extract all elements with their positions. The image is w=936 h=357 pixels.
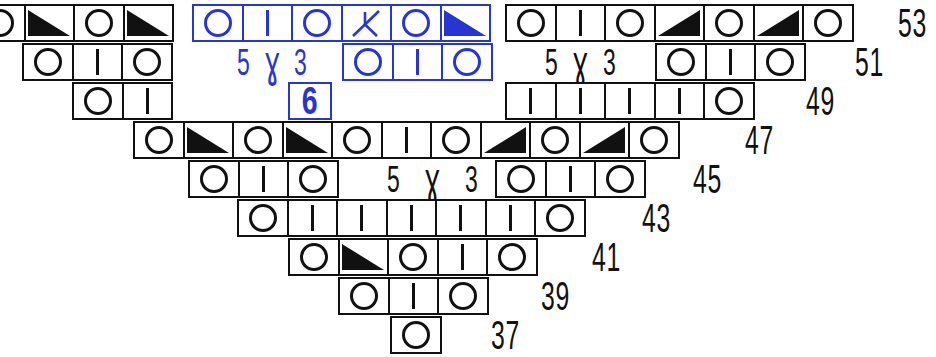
yarn-over-icon xyxy=(204,9,232,37)
knitting-chart-board: 535ɣ35ɣ351649475ɣ34543413937 xyxy=(0,0,936,357)
cell-k xyxy=(388,279,438,313)
cell-decl xyxy=(24,6,74,40)
yarn-over-icon xyxy=(244,126,272,154)
row-51-cells xyxy=(342,43,493,81)
cell-yo xyxy=(74,84,122,118)
cell-decl xyxy=(282,123,332,157)
cell-k xyxy=(392,45,442,79)
cell-yo xyxy=(135,123,183,157)
cell-yo xyxy=(239,201,287,235)
yarn-over-icon xyxy=(766,48,794,76)
cell-yo xyxy=(121,45,171,79)
gather-loop-glyph: ɣ xyxy=(264,39,281,84)
decrease-left-icon xyxy=(444,10,486,36)
cell-yo xyxy=(628,123,678,157)
cell-cdd xyxy=(341,6,391,40)
gather-number: 3 xyxy=(465,161,478,198)
knit-icon xyxy=(96,49,99,75)
cell-decr xyxy=(480,123,530,157)
cell-k xyxy=(386,201,436,235)
cell-yo xyxy=(497,162,545,196)
cell-yo xyxy=(529,123,579,157)
double-decrease-icon xyxy=(351,9,381,38)
yarn-over-icon xyxy=(442,126,470,154)
row-39-cells xyxy=(338,277,489,315)
yarn-over-icon xyxy=(814,9,842,37)
cell-yo xyxy=(344,45,392,79)
cell-yo xyxy=(604,6,654,40)
knit-icon xyxy=(311,205,314,231)
row-43-cells xyxy=(237,199,586,237)
repeat-count: 6 xyxy=(302,82,318,120)
yarn-over-icon xyxy=(303,9,331,37)
yarn-over-icon xyxy=(0,9,14,37)
cell-yo xyxy=(754,45,804,79)
yarn-over-icon xyxy=(354,48,382,76)
cell-yo xyxy=(73,6,123,40)
cell-yo xyxy=(331,123,381,157)
cell-yo xyxy=(703,84,753,118)
yarn-over-icon xyxy=(343,126,371,154)
cell-yo xyxy=(657,45,705,79)
decrease-right-icon xyxy=(583,127,625,153)
row-number: 49 xyxy=(806,82,835,121)
cell-yo xyxy=(390,6,440,40)
yarn-over-icon xyxy=(715,87,743,115)
yarn-over-icon xyxy=(34,48,62,76)
cell-k xyxy=(485,201,535,235)
knit-icon xyxy=(579,10,582,36)
yarn-over-icon xyxy=(541,126,569,154)
yarn-over-icon xyxy=(606,165,634,193)
cell-k xyxy=(545,162,595,196)
knit-icon xyxy=(678,88,681,114)
yarn-over-icon xyxy=(145,126,173,154)
gather-text: 5ɣ3 xyxy=(383,160,482,199)
row-number: 47 xyxy=(745,121,774,160)
knit-icon xyxy=(405,127,408,153)
cell-decl xyxy=(440,6,490,40)
decrease-left-icon xyxy=(28,10,70,36)
row-number: 53 xyxy=(898,4,927,43)
gather-number: 3 xyxy=(603,44,616,81)
cell-yo xyxy=(441,45,491,79)
decrease-right-icon xyxy=(484,127,526,153)
cell-k xyxy=(336,201,386,235)
cell-k xyxy=(238,162,288,196)
decrease-right-icon xyxy=(658,10,700,36)
decrease-left-icon xyxy=(342,244,384,270)
knit-icon xyxy=(266,10,269,36)
yarn-over-icon xyxy=(200,165,228,193)
row-49-cells xyxy=(505,82,755,120)
decrease-right-icon xyxy=(757,10,799,36)
cell-yo xyxy=(802,6,852,40)
cell-k xyxy=(72,45,122,79)
cell-k xyxy=(122,84,172,118)
cell-yo xyxy=(194,6,242,40)
cell-yo xyxy=(437,279,487,313)
cell-decr xyxy=(654,6,704,40)
yarn-over-icon xyxy=(449,282,477,310)
cell-yo xyxy=(594,162,644,196)
decrease-left-icon xyxy=(187,127,229,153)
knit-icon xyxy=(416,49,419,75)
cell-decl xyxy=(123,6,173,40)
row-47-cells xyxy=(133,121,680,159)
knit-icon xyxy=(459,205,462,231)
row-number: 51 xyxy=(855,43,884,82)
row-number: 39 xyxy=(541,277,570,316)
cell-yo xyxy=(534,201,584,235)
yarn-over-icon xyxy=(640,126,668,154)
cell-k xyxy=(555,84,605,118)
gather-loop-glyph: ɣ xyxy=(572,39,589,84)
cell-yo xyxy=(387,240,437,274)
cell-yo xyxy=(190,162,238,196)
knit-icon xyxy=(529,88,532,114)
gather-text: 5ɣ3 xyxy=(233,43,311,82)
knit-icon xyxy=(410,205,413,231)
knit-icon xyxy=(569,166,572,192)
row-45-cells xyxy=(188,160,339,198)
cell-yo xyxy=(486,240,536,274)
yarn-over-icon xyxy=(667,48,695,76)
yarn-over-icon xyxy=(402,9,430,37)
yarn-over-icon xyxy=(402,321,430,349)
cell-yo xyxy=(0,6,24,40)
row-51-cells xyxy=(655,43,806,81)
row-number: 45 xyxy=(693,160,722,199)
row-number: 43 xyxy=(642,199,671,238)
cell-k xyxy=(287,201,337,235)
decrease-left-icon xyxy=(286,127,328,153)
cell-yo xyxy=(232,123,282,157)
yarn-over-icon xyxy=(84,87,112,115)
row-53-cells xyxy=(505,4,854,42)
yarn-over-icon xyxy=(299,165,327,193)
cell-yo xyxy=(24,45,72,79)
cell-six: 6 xyxy=(290,84,330,118)
cell-k xyxy=(435,201,485,235)
gather-number: 3 xyxy=(294,44,307,81)
cell-k xyxy=(654,84,704,118)
gather-number: 5 xyxy=(237,44,250,81)
cell-k xyxy=(437,240,487,274)
knit-icon xyxy=(262,166,265,192)
cell-k xyxy=(705,45,755,79)
knit-icon xyxy=(360,205,363,231)
yarn-over-icon xyxy=(498,243,526,271)
gather-number: 5 xyxy=(387,161,400,198)
cell-yo xyxy=(291,6,341,40)
row-49-cells: 6 xyxy=(288,82,332,120)
yarn-over-icon xyxy=(133,48,161,76)
row-41-cells xyxy=(288,238,538,276)
row-53-cells xyxy=(0,4,174,42)
knit-icon xyxy=(146,88,149,114)
knit-icon xyxy=(461,244,464,270)
cell-k xyxy=(507,84,555,118)
decrease-left-icon xyxy=(127,10,169,36)
cell-yo xyxy=(287,162,337,196)
yarn-over-icon xyxy=(517,9,545,37)
cell-k xyxy=(604,84,654,118)
row-49-cells xyxy=(72,82,173,120)
yarn-over-icon xyxy=(399,243,427,271)
cell-decr xyxy=(579,123,629,157)
yarn-over-icon xyxy=(546,204,574,232)
knit-icon xyxy=(509,205,512,231)
gather-loop-glyph: ɣ xyxy=(424,156,441,201)
row-37-cells xyxy=(390,316,442,354)
row-51-cells xyxy=(22,43,173,81)
cell-yo xyxy=(340,279,388,313)
knit-icon xyxy=(412,283,415,309)
cell-decl xyxy=(183,123,233,157)
row-53-cells xyxy=(192,4,491,42)
cell-k xyxy=(381,123,431,157)
cell-yo xyxy=(392,318,440,352)
yarn-over-icon xyxy=(453,48,481,76)
knit-icon xyxy=(579,88,582,114)
row-number: 37 xyxy=(491,316,520,355)
yarn-over-icon xyxy=(249,204,277,232)
yarn-over-icon xyxy=(616,9,644,37)
yarn-over-icon xyxy=(715,9,743,37)
yarn-over-icon xyxy=(507,165,535,193)
cell-decr xyxy=(753,6,803,40)
yarn-over-icon xyxy=(300,243,328,271)
knit-icon xyxy=(729,49,732,75)
cell-yo xyxy=(507,6,555,40)
gather-text: 5ɣ3 xyxy=(541,43,620,82)
cell-yo xyxy=(703,6,753,40)
knit-icon xyxy=(628,88,631,114)
row-45-cells xyxy=(495,160,646,198)
gather-number: 5 xyxy=(545,44,558,81)
yarn-over-icon xyxy=(85,9,113,37)
cell-yo xyxy=(290,240,338,274)
row-number: 41 xyxy=(592,238,621,277)
cell-decl xyxy=(338,240,388,274)
yarn-over-icon xyxy=(350,282,378,310)
